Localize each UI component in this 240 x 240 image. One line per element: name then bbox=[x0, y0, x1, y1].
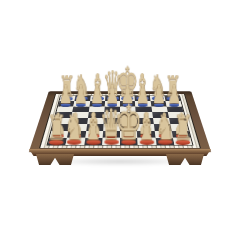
square-c5 bbox=[88, 112, 105, 118]
square-g5 bbox=[152, 112, 169, 118]
square-c2: ♟ bbox=[85, 131, 103, 138]
product-photo-scene: ♜♞♝♛♚♝♞♜♟♟♟♟♟♟♟♟♟♟♟♟♟♟♟♟♜♞♝♛♚♝♞♜ bbox=[0, 0, 240, 240]
piece-base bbox=[50, 140, 64, 146]
pawn-icon: ♟ bbox=[152, 84, 166, 105]
square-e1: ♚ bbox=[120, 138, 138, 145]
queen-icon: ♛ bbox=[103, 70, 123, 98]
square-g3 bbox=[153, 124, 171, 131]
square-c3 bbox=[86, 124, 104, 131]
pawn-icon: ♟ bbox=[90, 84, 104, 105]
square-b3 bbox=[69, 124, 87, 131]
square-d3 bbox=[103, 124, 120, 131]
bishop-icon: ♝ bbox=[134, 73, 152, 98]
board-grid: ♜♞♝♛♚♝♞♜♟♟♟♟♟♟♟♟♟♟♟♟♟♟♟♟♜♞♝♛♚♝♞♜ bbox=[48, 96, 193, 145]
piece-white-rook: ♜ bbox=[168, 114, 199, 145]
piece-base bbox=[86, 140, 100, 146]
piece-base bbox=[122, 140, 136, 146]
square-e2: ♟ bbox=[120, 131, 138, 138]
square-h1: ♜ bbox=[173, 138, 193, 145]
rook-icon: ♜ bbox=[165, 75, 181, 98]
bishop-icon: ♝ bbox=[89, 73, 107, 98]
square-f3 bbox=[137, 124, 155, 131]
square-a1: ♜ bbox=[48, 138, 68, 145]
chess-board-perspective: ♜♞♝♛♚♝♞♜♟♟♟♟♟♟♟♟♟♟♟♟♟♟♟♟♜♞♝♛♚♝♞♜ bbox=[29, 91, 212, 152]
piece-base bbox=[158, 140, 172, 146]
square-g2: ♟ bbox=[154, 131, 173, 138]
square-b1: ♞ bbox=[66, 138, 85, 145]
square-g1: ♞ bbox=[155, 138, 174, 145]
piece-black-rook: ♜ bbox=[160, 75, 186, 101]
square-b2: ♟ bbox=[67, 131, 86, 138]
square-d1: ♛ bbox=[102, 138, 120, 145]
pawn-icon: ♟ bbox=[74, 84, 88, 105]
square-h3 bbox=[170, 124, 188, 131]
piece-base bbox=[140, 140, 154, 146]
board-shadow bbox=[42, 157, 198, 166]
board-inlay-border: ♜♞♝♛♚♝♞♜♟♟♟♟♟♟♟♟♟♟♟♟♟♟♟♟♜♞♝♛♚♝♞♜ bbox=[39, 94, 201, 149]
square-e5 bbox=[120, 112, 136, 118]
rook-icon: ♜ bbox=[59, 75, 75, 98]
square-h2: ♟ bbox=[171, 131, 190, 138]
piece-base bbox=[104, 140, 118, 146]
square-b5 bbox=[71, 112, 88, 118]
square-d2: ♟ bbox=[102, 131, 120, 138]
square-f2: ♟ bbox=[137, 131, 155, 138]
square-a2: ♟ bbox=[50, 131, 69, 138]
square-e3 bbox=[120, 124, 137, 131]
square-d5 bbox=[104, 112, 120, 118]
piece-base bbox=[68, 140, 82, 146]
pawn-icon: ♟ bbox=[136, 84, 150, 105]
square-a5 bbox=[55, 112, 72, 118]
board-wood-frame: ♜♞♝♛♚♝♞♜♟♟♟♟♟♟♟♟♟♟♟♟♟♟♟♟♜♞♝♛♚♝♞♜ bbox=[29, 91, 212, 152]
pawn-icon: ♟ bbox=[59, 84, 73, 105]
pawn-icon: ♟ bbox=[121, 84, 135, 105]
knight-icon: ♞ bbox=[149, 74, 166, 99]
pawn-icon: ♟ bbox=[105, 84, 119, 105]
square-h5 bbox=[168, 112, 185, 118]
square-f5 bbox=[136, 112, 153, 118]
king-icon: ♚ bbox=[116, 65, 139, 98]
square-a3 bbox=[52, 124, 70, 131]
square-f1: ♝ bbox=[138, 138, 157, 145]
pawn-icon: ♟ bbox=[167, 84, 181, 105]
knight-icon: ♞ bbox=[74, 74, 91, 99]
piece-base bbox=[176, 140, 190, 146]
square-c1: ♝ bbox=[84, 138, 103, 145]
